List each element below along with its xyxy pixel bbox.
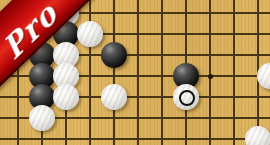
grid-line-vertical [161, 0, 163, 145]
white-stone [101, 84, 127, 110]
grid-line-vertical [137, 0, 139, 145]
white-stone [173, 84, 199, 110]
star-point [208, 74, 213, 79]
grid-line-vertical [113, 0, 115, 145]
grid-line-vertical [209, 0, 211, 145]
last-move-marker [179, 90, 195, 106]
grid-line-vertical [233, 0, 235, 145]
black-stone [101, 42, 127, 68]
white-stone [29, 105, 55, 131]
white-stone [53, 84, 79, 110]
white-stone [77, 21, 103, 47]
white-stone [245, 126, 270, 145]
grid-line-horizontal [0, 138, 270, 140]
go-board[interactable]: Pro [0, 0, 270, 145]
